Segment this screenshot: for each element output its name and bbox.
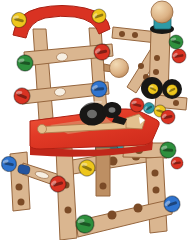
figure-head-ball: [151, 1, 173, 23]
leg-hole: [18, 199, 25, 206]
rail-hole: [108, 211, 117, 220]
screw-green-apron-right: [159, 141, 176, 158]
leg-hole: [65, 207, 72, 214]
leg-hole: [153, 187, 160, 194]
figure-body-hole: [153, 69, 159, 75]
pliers-hole-left: [87, 110, 97, 118]
product-photo-stage: Wooden construction toy chair kit: red-a…: [0, 0, 188, 240]
leg-hole: [152, 170, 159, 177]
figure-body-hole: [154, 55, 160, 61]
leg-hole: [100, 183, 107, 190]
wrench-handle-end: [38, 125, 47, 134]
rail-hole: [134, 204, 143, 213]
screw-blue-slat-bottom-right: [90, 80, 107, 97]
figure-strut-hole: [138, 63, 144, 69]
toy-chair-illustration: Wooden construction toy chair kit: red-a…: [0, 0, 188, 240]
pliers-hole-right: [109, 107, 116, 113]
figure-arm-hole: [119, 31, 125, 37]
backrest-ball-knob: [110, 59, 129, 78]
leg-front-right: [146, 157, 167, 233]
leg-hole: [16, 184, 23, 191]
figure-arm-hole: [132, 32, 138, 38]
figure-foot-hole: [173, 100, 179, 106]
